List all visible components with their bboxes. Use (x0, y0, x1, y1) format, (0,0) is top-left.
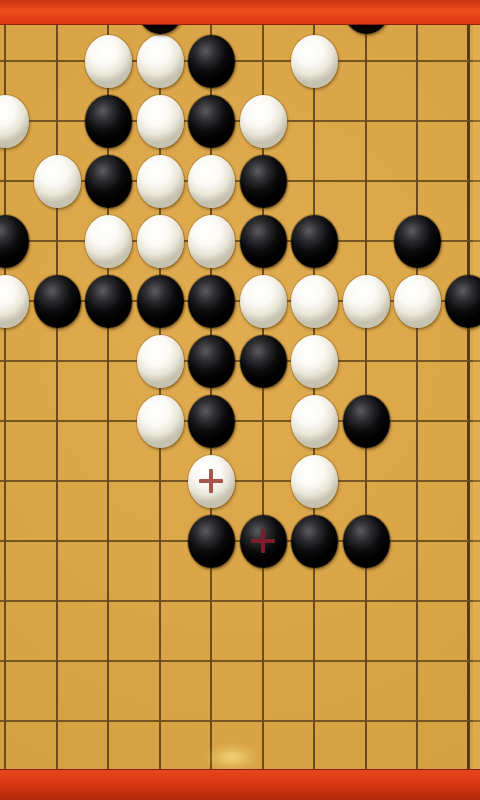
stone-black (394, 215, 441, 268)
stone-black (188, 335, 235, 388)
stone-black (85, 275, 132, 328)
last-move-marker (240, 515, 287, 568)
stone-white (291, 35, 338, 88)
stone-white (291, 395, 338, 448)
stone-white (188, 215, 235, 268)
stone-white (137, 335, 184, 388)
grid-horizontal-line (0, 600, 480, 602)
top-bar (0, 0, 480, 25)
stone-black (291, 515, 338, 568)
go-board[interactable] (0, 24, 480, 770)
stone-white (394, 275, 441, 328)
stone-white (291, 275, 338, 328)
grid-vertical-line (467, 24, 470, 770)
bottom-bar (0, 769, 480, 800)
stone-black (445, 275, 480, 328)
grid-horizontal-line (0, 60, 480, 62)
stone-white (137, 215, 184, 268)
stone-white (188, 155, 235, 208)
grid-horizontal-line (0, 420, 480, 422)
stone-white (343, 275, 390, 328)
stone-white (240, 275, 287, 328)
last-move-marker (188, 455, 235, 508)
stone-white (291, 335, 338, 388)
stone-white (137, 35, 184, 88)
board-glow (204, 743, 260, 770)
stone-white (137, 95, 184, 148)
stone-black (188, 515, 235, 568)
stone-black (188, 95, 235, 148)
gomoku-app-screen (0, 0, 480, 800)
stone-black (34, 275, 81, 328)
stone-white (137, 155, 184, 208)
stone-black (343, 24, 390, 34)
stone-black (343, 515, 390, 568)
grid-vertical-line (416, 24, 418, 770)
stone-white (34, 155, 81, 208)
stone-white (0, 95, 29, 148)
stone-black (188, 395, 235, 448)
grid-horizontal-line (0, 660, 480, 662)
stone-white (137, 395, 184, 448)
stone-black (85, 95, 132, 148)
stone-black (188, 35, 235, 88)
stone-black (240, 215, 287, 268)
stone-black (137, 24, 184, 34)
stone-black (85, 155, 132, 208)
board-right-edge (473, 24, 480, 770)
stone-white (240, 95, 287, 148)
stone-white (85, 35, 132, 88)
stone-black (240, 335, 287, 388)
stone-black (240, 515, 287, 568)
stone-black (188, 275, 235, 328)
stone-black (240, 155, 287, 208)
stone-black (137, 275, 184, 328)
grid-horizontal-line (0, 480, 480, 482)
stone-white (188, 455, 235, 508)
grid-vertical-line (56, 24, 58, 770)
stone-black (343, 395, 390, 448)
stone-white (0, 275, 29, 328)
stone-white (291, 455, 338, 508)
stone-black (291, 215, 338, 268)
grid-horizontal-line (0, 720, 480, 722)
stone-white (85, 215, 132, 268)
stone-black (0, 215, 29, 268)
